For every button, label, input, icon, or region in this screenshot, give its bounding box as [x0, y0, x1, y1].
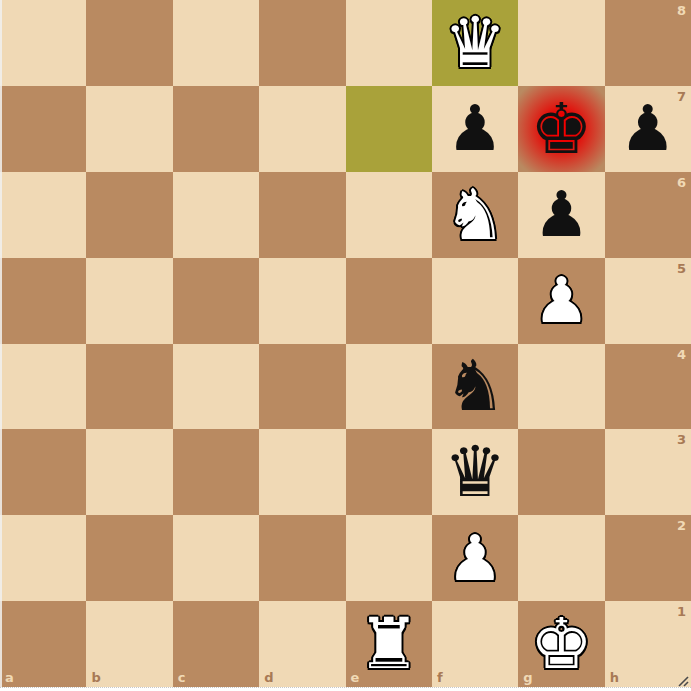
file-label-a: a — [5, 670, 14, 685]
square-h1[interactable]: 1h — [605, 601, 691, 687]
file-label-f: f — [437, 670, 443, 685]
square-e8[interactable] — [346, 0, 432, 86]
white-queen[interactable]: ♛ — [432, 0, 518, 86]
square-c5[interactable] — [173, 258, 259, 344]
page-left-edge — [0, 0, 2, 687]
square-d2[interactable] — [259, 515, 345, 601]
square-b5[interactable] — [86, 258, 172, 344]
square-c8[interactable] — [173, 0, 259, 86]
chess-board-page: ♛8♟♚♟7♞♟6♟5♞4♛3♟2abcd♜ef♚g1h — [0, 0, 691, 691]
square-d8[interactable] — [259, 0, 345, 86]
square-f5[interactable] — [432, 258, 518, 344]
square-c1[interactable]: c — [173, 601, 259, 687]
rank-label-8: 8 — [677, 3, 686, 18]
square-b7[interactable] — [86, 86, 172, 172]
file-label-e: e — [351, 670, 360, 685]
square-a7[interactable] — [0, 86, 86, 172]
square-g7[interactable]: ♚ — [518, 86, 604, 172]
square-e3[interactable] — [346, 429, 432, 515]
black-pawn[interactable]: ♟ — [432, 86, 518, 172]
file-label-c: c — [178, 670, 186, 685]
square-c7[interactable] — [173, 86, 259, 172]
square-b2[interactable] — [86, 515, 172, 601]
square-h3[interactable]: 3 — [605, 429, 691, 515]
white-pawn[interactable]: ♟ — [432, 515, 518, 601]
file-label-h: h — [610, 670, 619, 685]
square-f2[interactable]: ♟ — [432, 515, 518, 601]
black-king[interactable]: ♚ — [518, 86, 604, 172]
square-c2[interactable] — [173, 515, 259, 601]
square-c6[interactable] — [173, 172, 259, 258]
resize-handle-icon[interactable] — [676, 672, 689, 685]
rank-label-4: 4 — [677, 347, 686, 362]
square-a3[interactable] — [0, 429, 86, 515]
rank-label-3: 3 — [677, 432, 686, 447]
black-knight[interactable]: ♞ — [432, 344, 518, 430]
white-pawn[interactable]: ♟ — [518, 258, 604, 344]
square-b4[interactable] — [86, 344, 172, 430]
file-label-g: g — [523, 670, 532, 685]
rank-label-2: 2 — [677, 518, 686, 533]
rank-label-6: 6 — [677, 175, 686, 190]
square-e7[interactable] — [346, 86, 432, 172]
square-f1[interactable]: f — [432, 601, 518, 687]
square-g2[interactable] — [518, 515, 604, 601]
rank-label-5: 5 — [677, 261, 686, 276]
square-d6[interactable] — [259, 172, 345, 258]
square-b6[interactable] — [86, 172, 172, 258]
square-f7[interactable]: ♟ — [432, 86, 518, 172]
square-d4[interactable] — [259, 344, 345, 430]
square-g4[interactable] — [518, 344, 604, 430]
square-g5[interactable]: ♟ — [518, 258, 604, 344]
square-d7[interactable] — [259, 86, 345, 172]
square-a8[interactable] — [0, 0, 86, 86]
white-knight[interactable]: ♞ — [432, 172, 518, 258]
square-b8[interactable] — [86, 0, 172, 86]
black-pawn[interactable]: ♟ — [518, 172, 604, 258]
square-h5[interactable]: 5 — [605, 258, 691, 344]
square-d5[interactable] — [259, 258, 345, 344]
file-label-d: d — [264, 670, 273, 685]
file-label-b: b — [91, 670, 100, 685]
square-f6[interactable]: ♞ — [432, 172, 518, 258]
square-h2[interactable]: 2 — [605, 515, 691, 601]
square-b3[interactable] — [86, 429, 172, 515]
square-e2[interactable] — [346, 515, 432, 601]
rank-label-7: 7 — [677, 89, 686, 104]
square-g3[interactable] — [518, 429, 604, 515]
square-b1[interactable]: b — [86, 601, 172, 687]
square-h6[interactable]: 6 — [605, 172, 691, 258]
square-f8[interactable]: ♛ — [432, 0, 518, 86]
square-c3[interactable] — [173, 429, 259, 515]
square-h4[interactable]: 4 — [605, 344, 691, 430]
black-queen[interactable]: ♛ — [432, 429, 518, 515]
square-a1[interactable]: a — [0, 601, 86, 687]
square-d3[interactable] — [259, 429, 345, 515]
square-e6[interactable] — [346, 172, 432, 258]
square-g1[interactable]: ♚g — [518, 601, 604, 687]
square-e1[interactable]: ♜e — [346, 601, 432, 687]
square-f3[interactable]: ♛ — [432, 429, 518, 515]
square-h8[interactable]: 8 — [605, 0, 691, 86]
rank-label-1: 1 — [677, 604, 686, 619]
square-f4[interactable]: ♞ — [432, 344, 518, 430]
square-a4[interactable] — [0, 344, 86, 430]
square-e4[interactable] — [346, 344, 432, 430]
square-g6[interactable]: ♟ — [518, 172, 604, 258]
square-h7[interactable]: ♟7 — [605, 86, 691, 172]
page-bottom-edge — [0, 687, 691, 691]
square-g8[interactable] — [518, 0, 604, 86]
square-a2[interactable] — [0, 515, 86, 601]
square-d1[interactable]: d — [259, 601, 345, 687]
square-a6[interactable] — [0, 172, 86, 258]
chess-board: ♛8♟♚♟7♞♟6♟5♞4♛3♟2abcd♜ef♚g1h — [0, 0, 691, 687]
square-c4[interactable] — [173, 344, 259, 430]
square-a5[interactable] — [0, 258, 86, 344]
square-e5[interactable] — [346, 258, 432, 344]
